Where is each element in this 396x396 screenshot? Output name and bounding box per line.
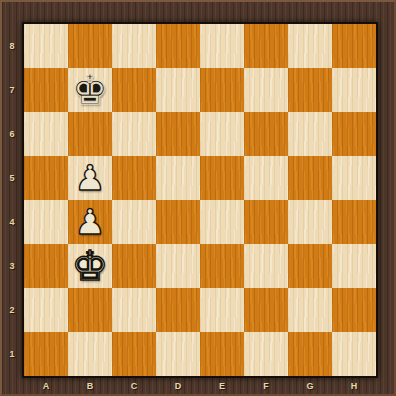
piece-white-pawn-b5[interactable]: ♟ [74, 161, 105, 196]
piece-black-king-b7[interactable]: ♚ [72, 70, 109, 111]
square-c5[interactable] [112, 156, 156, 200]
square-b1[interactable] [68, 332, 112, 376]
chessboard-frame: 87654321 ♚♟♟♚ ABCDEFGH [0, 0, 396, 396]
square-c3[interactable] [112, 244, 156, 288]
square-b3[interactable]: ♚ [68, 244, 112, 288]
square-d5[interactable] [156, 156, 200, 200]
rank-label-7: 7 [2, 68, 22, 112]
square-e7[interactable] [200, 68, 244, 112]
rank-labels: 87654321 [2, 24, 22, 376]
square-f2[interactable] [244, 288, 288, 332]
file-label-a: A [24, 376, 68, 396]
square-g2[interactable] [288, 288, 332, 332]
square-f3[interactable] [244, 244, 288, 288]
square-h3[interactable] [332, 244, 376, 288]
square-d2[interactable] [156, 288, 200, 332]
square-f6[interactable] [244, 112, 288, 156]
rank-label-2: 2 [2, 288, 22, 332]
square-a5[interactable] [24, 156, 68, 200]
square-a3[interactable] [24, 244, 68, 288]
square-a7[interactable] [24, 68, 68, 112]
square-a8[interactable] [24, 24, 68, 68]
square-a1[interactable] [24, 332, 68, 376]
square-d6[interactable] [156, 112, 200, 156]
square-g6[interactable] [288, 112, 332, 156]
rank-label-4: 4 [2, 200, 22, 244]
square-h6[interactable] [332, 112, 376, 156]
square-g5[interactable] [288, 156, 332, 200]
square-e3[interactable] [200, 244, 244, 288]
rank-label-6: 6 [2, 112, 22, 156]
square-h8[interactable] [332, 24, 376, 68]
square-e8[interactable] [200, 24, 244, 68]
square-c6[interactable] [112, 112, 156, 156]
square-f5[interactable] [244, 156, 288, 200]
square-a2[interactable] [24, 288, 68, 332]
square-a6[interactable] [24, 112, 68, 156]
square-e6[interactable] [200, 112, 244, 156]
file-label-h: H [332, 376, 376, 396]
square-e4[interactable] [200, 200, 244, 244]
square-a4[interactable] [24, 200, 68, 244]
square-d8[interactable] [156, 24, 200, 68]
square-d7[interactable] [156, 68, 200, 112]
square-f4[interactable] [244, 200, 288, 244]
square-c8[interactable] [112, 24, 156, 68]
square-e2[interactable] [200, 288, 244, 332]
file-label-d: D [156, 376, 200, 396]
square-h2[interactable] [332, 288, 376, 332]
rank-label-1: 1 [2, 332, 22, 376]
square-b2[interactable] [68, 288, 112, 332]
square-h5[interactable] [332, 156, 376, 200]
file-labels: ABCDEFGH [24, 376, 376, 396]
square-b6[interactable] [68, 112, 112, 156]
file-label-e: E [200, 376, 244, 396]
square-h7[interactable] [332, 68, 376, 112]
square-g4[interactable] [288, 200, 332, 244]
square-d1[interactable] [156, 332, 200, 376]
piece-white-pawn-b4[interactable]: ♟ [74, 205, 105, 240]
chessboard: ♚♟♟♚ [22, 22, 378, 378]
rank-label-8: 8 [2, 24, 22, 68]
square-g3[interactable] [288, 244, 332, 288]
square-b8[interactable] [68, 24, 112, 68]
piece-white-king-b3[interactable]: ♚ [72, 246, 109, 287]
square-d4[interactable] [156, 200, 200, 244]
square-h1[interactable] [332, 332, 376, 376]
square-g7[interactable] [288, 68, 332, 112]
square-d3[interactable] [156, 244, 200, 288]
square-f1[interactable] [244, 332, 288, 376]
square-c7[interactable] [112, 68, 156, 112]
square-f8[interactable] [244, 24, 288, 68]
file-label-b: B [68, 376, 112, 396]
square-c1[interactable] [112, 332, 156, 376]
square-e5[interactable] [200, 156, 244, 200]
square-g8[interactable] [288, 24, 332, 68]
file-label-g: G [288, 376, 332, 396]
square-b4[interactable]: ♟ [68, 200, 112, 244]
square-e1[interactable] [200, 332, 244, 376]
file-label-c: C [112, 376, 156, 396]
square-f7[interactable] [244, 68, 288, 112]
rank-label-3: 3 [2, 244, 22, 288]
file-label-f: F [244, 376, 288, 396]
rank-label-5: 5 [2, 156, 22, 200]
square-h4[interactable] [332, 200, 376, 244]
square-c2[interactable] [112, 288, 156, 332]
square-b7[interactable]: ♚ [68, 68, 112, 112]
square-b5[interactable]: ♟ [68, 156, 112, 200]
square-c4[interactable] [112, 200, 156, 244]
square-g1[interactable] [288, 332, 332, 376]
